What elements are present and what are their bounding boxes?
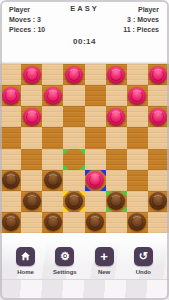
board-square — [106, 127, 127, 148]
board-square — [127, 149, 148, 170]
pink-piece[interactable] — [23, 66, 41, 84]
board-square — [63, 85, 84, 106]
board-square[interactable] — [21, 149, 42, 170]
brown-piece[interactable] — [149, 192, 167, 210]
board-square — [127, 64, 148, 85]
board-square — [21, 85, 42, 106]
highlight-corner — [121, 206, 127, 212]
brown-piece[interactable] — [44, 213, 62, 231]
board — [0, 64, 169, 233]
board-square — [42, 149, 63, 170]
board-square[interactable] — [85, 127, 106, 148]
board-square[interactable] — [148, 191, 169, 212]
board-square[interactable] — [0, 85, 21, 106]
board-square — [106, 212, 127, 233]
board-square — [85, 64, 106, 85]
highlight-corner — [85, 185, 91, 191]
top-status-bar: Player Moves : 3 Pieces : 10 EASY Player… — [0, 0, 169, 64]
left-player-moves: Moves : 3 — [9, 15, 45, 25]
pink-piece[interactable] — [128, 87, 146, 105]
pink-piece[interactable] — [23, 108, 41, 126]
board-square — [21, 170, 42, 191]
brown-piece[interactable] — [23, 192, 41, 210]
board-square — [85, 191, 106, 212]
board-square[interactable] — [42, 85, 63, 106]
right-player-name: Player — [123, 5, 159, 15]
new-label: New — [98, 269, 110, 275]
board-square — [42, 191, 63, 212]
settings-button[interactable]: ⚙ — [55, 247, 74, 266]
home-label: Home — [17, 269, 34, 275]
highlight-corner — [79, 191, 85, 197]
highlight-corner — [63, 149, 69, 155]
board-square[interactable] — [148, 106, 169, 127]
board-square[interactable] — [63, 149, 84, 170]
app-screen: Player Moves : 3 Pieces : 10 EASY Player… — [0, 0, 169, 300]
board-square — [0, 106, 21, 127]
board-square — [0, 64, 21, 85]
highlight-corner — [106, 206, 112, 212]
board-square — [42, 64, 63, 85]
board-square[interactable] — [106, 106, 127, 127]
pink-piece[interactable] — [149, 108, 167, 126]
board-square[interactable] — [21, 64, 42, 85]
nav-item-home[interactable]: Home — [9, 247, 43, 275]
highlight-corner — [79, 149, 85, 155]
board-square[interactable] — [21, 191, 42, 212]
board-square[interactable] — [0, 127, 21, 148]
board-square — [21, 127, 42, 148]
undo-icon: ↺ — [139, 251, 148, 262]
board-square — [148, 170, 169, 191]
board-square[interactable] — [127, 170, 148, 191]
board-square — [63, 127, 84, 148]
pink-piece[interactable] — [107, 108, 125, 126]
board-square[interactable] — [21, 106, 42, 127]
board-square — [85, 149, 106, 170]
pink-piece[interactable] — [149, 66, 167, 84]
highlight-corner — [63, 164, 69, 170]
board-square[interactable] — [42, 170, 63, 191]
board-square[interactable] — [63, 64, 84, 85]
board-square — [148, 85, 169, 106]
right-player-pieces: 11 : Pieces — [123, 25, 159, 35]
board-square — [106, 170, 127, 191]
floor-pattern — [0, 279, 169, 300]
home-icon — [20, 251, 31, 262]
board-square[interactable] — [63, 191, 84, 212]
board-square[interactable] — [148, 149, 169, 170]
gear-icon: ⚙ — [60, 251, 70, 262]
highlight-corner — [85, 170, 91, 176]
home-button[interactable] — [16, 247, 35, 266]
board-square[interactable] — [42, 212, 63, 233]
highlight-corner — [63, 191, 69, 197]
highlight-corner — [121, 191, 127, 197]
undo-button[interactable]: ↺ — [134, 247, 153, 266]
board-square — [0, 149, 21, 170]
board-square — [106, 85, 127, 106]
board-square[interactable] — [127, 212, 148, 233]
board-square[interactable] — [85, 212, 106, 233]
highlight-corner — [100, 170, 106, 176]
board-square[interactable] — [148, 64, 169, 85]
board-square — [148, 212, 169, 233]
brown-piece[interactable] — [2, 171, 20, 189]
game-timer: 00:14 — [0, 37, 169, 46]
board-square — [127, 106, 148, 127]
nav-item-settings[interactable]: ⚙ Settings — [48, 247, 82, 275]
undo-label: Undo — [136, 269, 151, 275]
nav: Home ⚙ Settings + New ↺ Undo — [0, 233, 169, 275]
right-player-stats: Player 3 : Moves 11 : Pieces — [123, 5, 159, 35]
board-square[interactable] — [127, 85, 148, 106]
board-square — [63, 212, 84, 233]
pink-piece[interactable] — [2, 87, 20, 105]
brown-piece[interactable] — [128, 213, 146, 231]
pink-piece[interactable] — [44, 87, 62, 105]
board-square — [63, 170, 84, 191]
right-player-moves: 3 : Moves — [123, 15, 159, 25]
brown-piece[interactable] — [44, 171, 62, 189]
brown-piece[interactable] — [86, 213, 104, 231]
board-square — [21, 212, 42, 233]
highlight-corner — [79, 206, 85, 212]
board-square[interactable] — [106, 191, 127, 212]
board-square — [42, 106, 63, 127]
board-square[interactable] — [106, 64, 127, 85]
board-square — [85, 106, 106, 127]
board-square — [0, 191, 21, 212]
board-square[interactable] — [85, 170, 106, 191]
board-square[interactable] — [85, 85, 106, 106]
highlight-corner — [106, 191, 112, 197]
bottom-nav-bar: Home ⚙ Settings + New ↺ Undo — [0, 233, 169, 300]
board-square[interactable] — [127, 127, 148, 148]
brown-piece[interactable] — [2, 213, 20, 231]
board-square — [127, 191, 148, 212]
pink-piece[interactable] — [107, 66, 125, 84]
pink-piece[interactable] — [65, 66, 83, 84]
new-game-button[interactable]: + — [95, 247, 114, 266]
board-square[interactable] — [0, 170, 21, 191]
board-square[interactable] — [42, 127, 63, 148]
nav-item-new[interactable]: + New — [87, 247, 121, 275]
left-player-pieces: Pieces : 10 — [9, 25, 45, 35]
board-square — [148, 127, 169, 148]
settings-label: Settings — [53, 269, 77, 275]
board-square[interactable] — [0, 212, 21, 233]
plus-icon: + — [100, 250, 108, 263]
board-square[interactable] — [106, 149, 127, 170]
nav-item-undo[interactable]: ↺ Undo — [126, 247, 160, 275]
highlight-corner — [63, 206, 69, 212]
board-square[interactable] — [63, 106, 84, 127]
